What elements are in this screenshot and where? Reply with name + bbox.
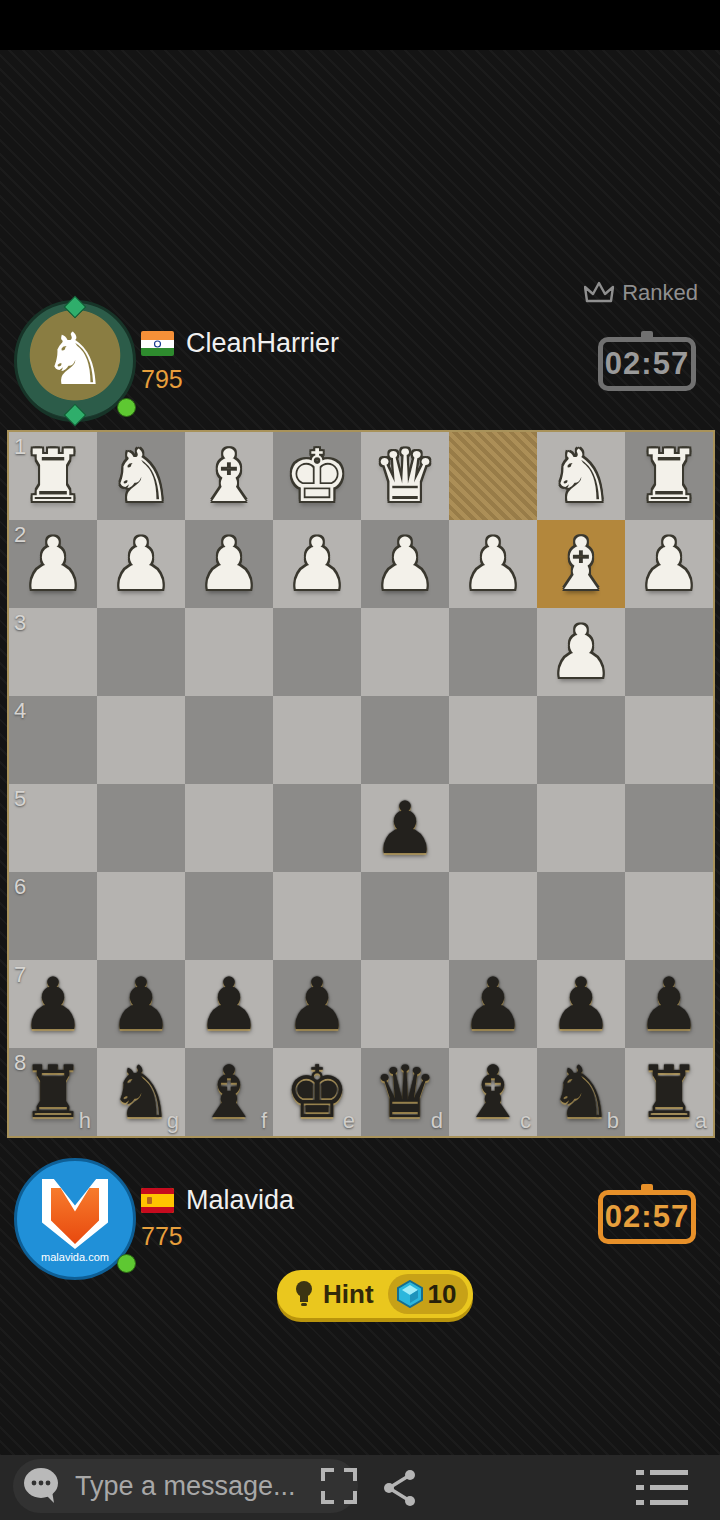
- square-d6[interactable]: [361, 872, 449, 960]
- square-c7[interactable]: ♟: [449, 960, 537, 1048]
- square-g5[interactable]: [97, 784, 185, 872]
- white-pawn: ♟: [537, 608, 625, 696]
- square-d5[interactable]: ♟: [361, 784, 449, 872]
- square-d2[interactable]: ♟: [361, 520, 449, 608]
- rank-label: 7: [14, 962, 26, 988]
- square-d1[interactable]: ♛: [361, 432, 449, 520]
- square-a7[interactable]: ♟: [625, 960, 713, 1048]
- file-label: f: [261, 1108, 267, 1134]
- square-h6[interactable]: 6: [9, 872, 97, 960]
- square-h1[interactable]: 1♜: [9, 432, 97, 520]
- white-pawn: ♟: [361, 520, 449, 608]
- square-d7[interactable]: [361, 960, 449, 1048]
- avatar-caption: malavida.com: [17, 1251, 133, 1263]
- ranked-label: Ranked: [622, 280, 698, 306]
- square-b6[interactable]: [537, 872, 625, 960]
- square-d8[interactable]: d♛: [361, 1048, 449, 1136]
- rank-label: 5: [14, 786, 26, 812]
- square-g2[interactable]: ♟: [97, 520, 185, 608]
- rank-label: 2: [14, 522, 26, 548]
- player-name: Malavida: [186, 1185, 294, 1216]
- file-label: b: [607, 1108, 619, 1134]
- opponent-clock: 02:57: [598, 337, 696, 391]
- square-g7[interactable]: ♟: [97, 960, 185, 1048]
- white-knight: ♞: [537, 432, 625, 520]
- file-label: a: [695, 1108, 707, 1134]
- square-e2[interactable]: ♟: [273, 520, 361, 608]
- white-king: ♚: [273, 432, 361, 520]
- knight-emblem-icon: ♞: [43, 323, 108, 395]
- flag-india: [141, 331, 174, 356]
- square-a5[interactable]: [625, 784, 713, 872]
- rank-label: 1: [14, 434, 26, 460]
- square-h8[interactable]: 8h♜: [9, 1048, 97, 1136]
- file-label: g: [167, 1108, 179, 1134]
- white-pawn: ♟: [185, 520, 273, 608]
- square-h3[interactable]: 3: [9, 608, 97, 696]
- file-label: c: [520, 1108, 531, 1134]
- square-e5[interactable]: [273, 784, 361, 872]
- lightbulb-icon: [293, 1279, 315, 1309]
- opponent-name: CleanHarrier: [186, 328, 339, 359]
- square-a4[interactable]: [625, 696, 713, 784]
- square-g6[interactable]: [97, 872, 185, 960]
- black-pawn: ♟: [97, 960, 185, 1048]
- square-c6[interactable]: [449, 872, 537, 960]
- square-a8[interactable]: a♜: [625, 1048, 713, 1136]
- square-c3[interactable]: [449, 608, 537, 696]
- hint-label: Hint: [323, 1279, 380, 1310]
- gem-counter: 10: [388, 1274, 469, 1314]
- black-bishop: ♝: [185, 1048, 273, 1136]
- square-e4[interactable]: [273, 696, 361, 784]
- square-d4[interactable]: [361, 696, 449, 784]
- opponent-online-dot: [117, 398, 136, 417]
- gem-icon: [396, 1280, 424, 1308]
- black-pawn: ♟: [449, 960, 537, 1048]
- square-h2[interactable]: 2♟: [9, 520, 97, 608]
- square-b1[interactable]: ♞: [537, 432, 625, 520]
- square-f6[interactable]: [185, 872, 273, 960]
- square-a2[interactable]: ♟: [625, 520, 713, 608]
- white-pawn: ♟: [625, 520, 713, 608]
- square-c2[interactable]: ♟: [449, 520, 537, 608]
- square-g1[interactable]: ♞: [97, 432, 185, 520]
- square-e6[interactable]: [273, 872, 361, 960]
- player-info: Malavida 775: [141, 1185, 521, 1251]
- black-pawn: ♟: [273, 960, 361, 1048]
- chess-board: 1♜♞♝♚♛♞♜2♟♟♟♟♟♟♝♟3♟45♟67♟♟♟♟♟♟♟8h♜g♞f♝e♚…: [7, 430, 715, 1138]
- square-h4[interactable]: 4: [9, 696, 97, 784]
- white-queen: ♛: [361, 432, 449, 520]
- square-b7[interactable]: ♟: [537, 960, 625, 1048]
- player-online-dot: [117, 1254, 136, 1273]
- square-a1[interactable]: ♜: [625, 432, 713, 520]
- flag-spain: [141, 1188, 174, 1213]
- square-g4[interactable]: [97, 696, 185, 784]
- share-button[interactable]: [378, 1455, 422, 1520]
- list-menu-icon: [636, 1468, 688, 1508]
- rank-label: 4: [14, 698, 26, 724]
- white-bishop: ♝: [185, 432, 273, 520]
- opponent-info: CleanHarrier 795: [141, 328, 521, 394]
- square-f1[interactable]: ♝: [185, 432, 273, 520]
- square-f2[interactable]: ♟: [185, 520, 273, 608]
- square-c8[interactable]: c♝: [449, 1048, 537, 1136]
- square-e8[interactable]: e♚: [273, 1048, 361, 1136]
- rank-label: 8: [14, 1050, 26, 1076]
- chat-bubble-icon: [21, 1466, 63, 1506]
- square-b2[interactable]: ♝: [537, 520, 625, 608]
- square-b8[interactable]: b♞: [537, 1048, 625, 1136]
- white-knight: ♞: [97, 432, 185, 520]
- share-icon: [383, 1469, 417, 1507]
- square-b5[interactable]: [537, 784, 625, 872]
- file-label: h: [79, 1108, 91, 1134]
- crown-icon: [584, 281, 614, 305]
- white-bishop: ♝: [537, 520, 625, 608]
- square-f3[interactable]: [185, 608, 273, 696]
- opponent-rating: 795: [141, 365, 521, 394]
- square-f7[interactable]: ♟: [185, 960, 273, 1048]
- rank-label: 3: [14, 610, 26, 636]
- square-f4[interactable]: [185, 696, 273, 784]
- square-h5[interactable]: 5: [9, 784, 97, 872]
- white-rook: ♜: [625, 432, 713, 520]
- chat-input[interactable]: Type a message...: [13, 1459, 358, 1513]
- square-h7[interactable]: 7♟: [9, 960, 97, 1048]
- black-pawn: ♟: [185, 960, 273, 1048]
- square-b4[interactable]: [537, 696, 625, 784]
- menu-button[interactable]: [630, 1455, 694, 1520]
- file-label: e: [343, 1108, 355, 1134]
- square-g3[interactable]: [97, 608, 185, 696]
- square-c4[interactable]: [449, 696, 537, 784]
- player-clock: 02:57: [598, 1190, 696, 1244]
- square-a6[interactable]: [625, 872, 713, 960]
- square-f8[interactable]: f♝: [185, 1048, 273, 1136]
- gem-count: 10: [428, 1279, 457, 1310]
- chat-placeholder: Type a message...: [75, 1471, 296, 1502]
- black-pawn: ♟: [361, 784, 449, 872]
- hint-button[interactable]: Hint 10: [277, 1270, 473, 1318]
- player-rating: 775: [141, 1222, 521, 1251]
- black-pawn: ♟: [625, 960, 713, 1048]
- file-label: d: [431, 1108, 443, 1134]
- avatar-gem-bottom: [64, 404, 87, 427]
- fullscreen-icon[interactable]: [320, 1467, 358, 1505]
- white-pawn: ♟: [449, 520, 537, 608]
- ranked-badge: Ranked: [584, 280, 698, 306]
- white-pawn: ♟: [273, 520, 361, 608]
- status-bar: [0, 0, 720, 50]
- square-g8[interactable]: g♞: [97, 1048, 185, 1136]
- square-c1[interactable]: [449, 432, 537, 520]
- square-d3[interactable]: [361, 608, 449, 696]
- black-pawn: ♟: [537, 960, 625, 1048]
- square-f5[interactable]: [185, 784, 273, 872]
- square-e7[interactable]: ♟: [273, 960, 361, 1048]
- avatar-gem-top: [64, 296, 87, 319]
- app-screen: Ranked ♞ CleanHarrier 795 02:57 1♜♞♝♚♛♞♜…: [0, 0, 720, 1520]
- square-e1[interactable]: ♚: [273, 432, 361, 520]
- square-a3[interactable]: [625, 608, 713, 696]
- square-e3[interactable]: [273, 608, 361, 696]
- bottom-bar: Type a message...: [0, 1455, 720, 1520]
- square-b3[interactable]: ♟: [537, 608, 625, 696]
- white-pawn: ♟: [97, 520, 185, 608]
- malavida-logo-icon: [42, 1179, 108, 1249]
- rank-label: 6: [14, 874, 26, 900]
- square-c5[interactable]: [449, 784, 537, 872]
